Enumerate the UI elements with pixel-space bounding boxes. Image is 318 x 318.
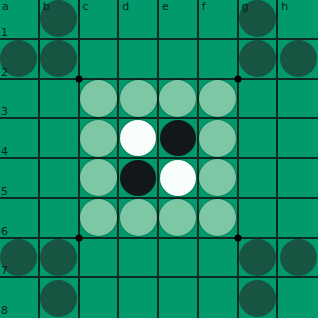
dark-ghost-disc-a7 xyxy=(0,239,37,276)
pale-ghost-disc-c5 xyxy=(80,159,117,196)
square-c5[interactable] xyxy=(80,159,120,199)
square-e5[interactable] xyxy=(159,159,199,199)
square-a6[interactable] xyxy=(0,199,40,239)
square-d8[interactable] xyxy=(119,278,159,318)
square-d1[interactable] xyxy=(119,0,159,40)
dark-ghost-disc-g2 xyxy=(239,40,276,77)
square-e6[interactable] xyxy=(159,199,199,239)
square-c2[interactable] xyxy=(80,40,120,80)
black-disc-d5 xyxy=(120,160,156,196)
othello-board: abcdefgh12345678 xyxy=(0,0,318,318)
square-c3[interactable] xyxy=(80,80,120,120)
square-b7[interactable] xyxy=(40,239,80,279)
square-e3[interactable] xyxy=(159,80,199,120)
square-e8[interactable] xyxy=(159,278,199,318)
square-h5[interactable] xyxy=(278,159,318,199)
pale-ghost-disc-d6 xyxy=(120,199,157,236)
dark-ghost-disc-b1 xyxy=(40,0,77,37)
square-b3[interactable] xyxy=(40,80,80,120)
dark-ghost-disc-g7 xyxy=(239,239,276,276)
square-c7[interactable] xyxy=(80,239,120,279)
square-f3[interactable] xyxy=(199,80,239,120)
square-g1[interactable] xyxy=(239,0,279,40)
pale-ghost-disc-f4 xyxy=(199,120,236,157)
square-d4[interactable] xyxy=(119,119,159,159)
square-g5[interactable] xyxy=(239,159,279,199)
dark-ghost-disc-b7 xyxy=(40,239,77,276)
board-grid xyxy=(0,0,318,318)
square-h2[interactable] xyxy=(278,40,318,80)
black-disc-e4 xyxy=(160,120,196,156)
square-h8[interactable] xyxy=(278,278,318,318)
square-g4[interactable] xyxy=(239,119,279,159)
square-h4[interactable] xyxy=(278,119,318,159)
dark-ghost-disc-b2 xyxy=(40,40,77,77)
square-h1[interactable] xyxy=(278,0,318,40)
pale-ghost-disc-f5 xyxy=(199,159,236,196)
dark-ghost-disc-g8 xyxy=(239,280,276,317)
dark-ghost-disc-g1 xyxy=(239,0,276,37)
square-a1[interactable] xyxy=(0,0,40,40)
pale-ghost-disc-c4 xyxy=(80,120,117,157)
square-f1[interactable] xyxy=(199,0,239,40)
square-c1[interactable] xyxy=(80,0,120,40)
pale-ghost-disc-c6 xyxy=(80,199,117,236)
square-b4[interactable] xyxy=(40,119,80,159)
square-c4[interactable] xyxy=(80,119,120,159)
dark-ghost-disc-a2 xyxy=(0,40,37,77)
pale-ghost-disc-e6 xyxy=(159,199,196,236)
square-g3[interactable] xyxy=(239,80,279,120)
square-f4[interactable] xyxy=(199,119,239,159)
square-g2[interactable] xyxy=(239,40,279,80)
square-a2[interactable] xyxy=(0,40,40,80)
square-f6[interactable] xyxy=(199,199,239,239)
square-c8[interactable] xyxy=(80,278,120,318)
square-b2[interactable] xyxy=(40,40,80,80)
square-g8[interactable] xyxy=(239,278,279,318)
square-b5[interactable] xyxy=(40,159,80,199)
white-disc-d4 xyxy=(120,120,156,156)
square-a5[interactable] xyxy=(0,159,40,199)
square-e2[interactable] xyxy=(159,40,199,80)
square-f5[interactable] xyxy=(199,159,239,199)
pale-ghost-disc-f6 xyxy=(199,199,236,236)
square-h3[interactable] xyxy=(278,80,318,120)
square-d5[interactable] xyxy=(119,159,159,199)
square-d3[interactable] xyxy=(119,80,159,120)
square-e7[interactable] xyxy=(159,239,199,279)
dark-ghost-disc-b8 xyxy=(40,280,77,317)
square-d7[interactable] xyxy=(119,239,159,279)
square-a3[interactable] xyxy=(0,80,40,120)
square-f8[interactable] xyxy=(199,278,239,318)
white-disc-e5 xyxy=(160,160,196,196)
dark-ghost-disc-h7 xyxy=(280,239,317,276)
square-h6[interactable] xyxy=(278,199,318,239)
square-d6[interactable] xyxy=(119,199,159,239)
square-f2[interactable] xyxy=(199,40,239,80)
square-a8[interactable] xyxy=(0,278,40,318)
square-b6[interactable] xyxy=(40,199,80,239)
square-e4[interactable] xyxy=(159,119,199,159)
pale-ghost-disc-e3 xyxy=(159,80,196,117)
square-g6[interactable] xyxy=(239,199,279,239)
pale-ghost-disc-f3 xyxy=(199,80,236,117)
dark-ghost-disc-h2 xyxy=(280,40,317,77)
pale-ghost-disc-c3 xyxy=(80,80,117,117)
square-b1[interactable] xyxy=(40,0,80,40)
square-h7[interactable] xyxy=(278,239,318,279)
square-d2[interactable] xyxy=(119,40,159,80)
square-c6[interactable] xyxy=(80,199,120,239)
square-a4[interactable] xyxy=(0,119,40,159)
square-e1[interactable] xyxy=(159,0,199,40)
pale-ghost-disc-d3 xyxy=(120,80,157,117)
square-g7[interactable] xyxy=(239,239,279,279)
square-f7[interactable] xyxy=(199,239,239,279)
square-a7[interactable] xyxy=(0,239,40,279)
square-b8[interactable] xyxy=(40,278,80,318)
